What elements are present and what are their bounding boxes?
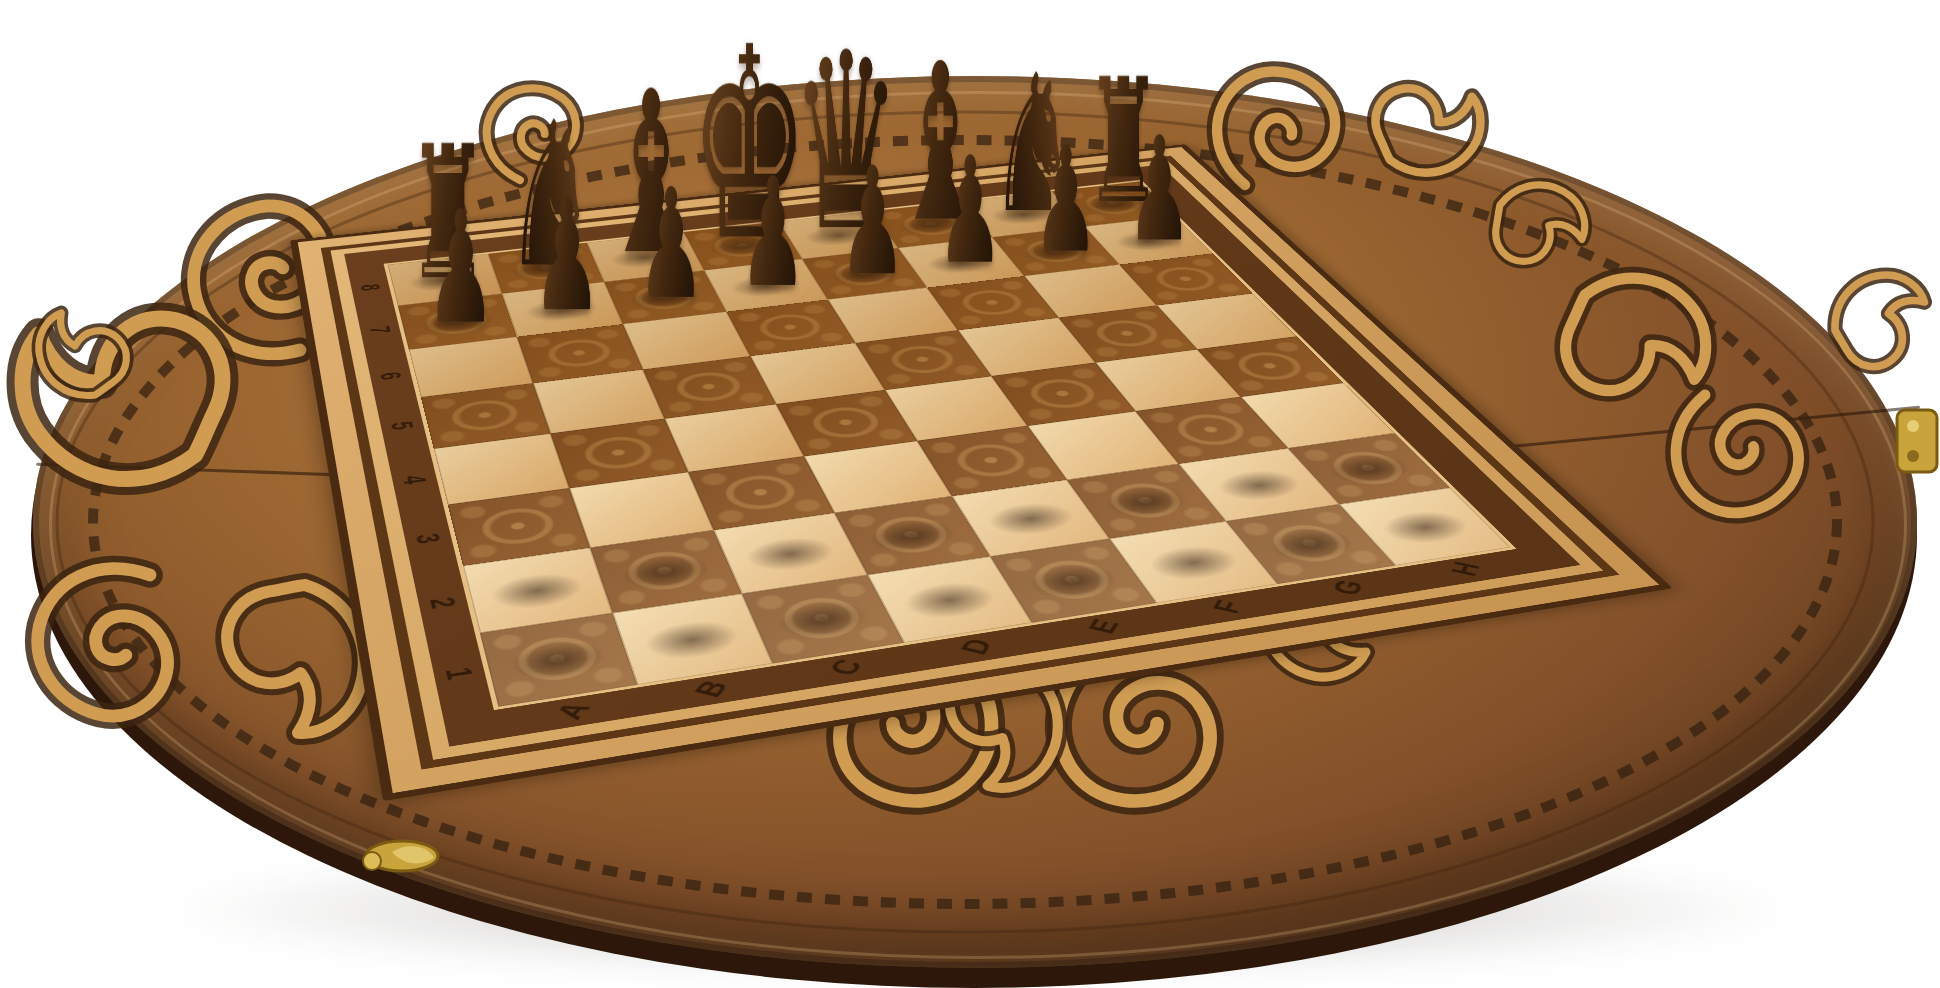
photo-scene: ♜♞♝♚♛♝♞♜♟♟♟♟♟♟♟♟♟♟♟♟♟♟♟♟♜♞♝♚♛♝♞♜ 8765432… [0,0,1940,988]
piece-white-king[interactable]: ♚ [882,320,1040,620]
piece-black-pawn[interactable]: ♟ [533,192,602,323]
piece-black-pawn[interactable]: ♟ [937,149,1003,274]
piece-black-pawn[interactable]: ♟ [1033,139,1098,263]
piece-black-pawn[interactable]: ♟ [426,203,496,335]
piece-white-rook[interactable]: ♜ [1392,353,1493,545]
piece-black-pawn[interactable]: ♟ [637,181,705,310]
piece-white-bishop[interactable]: ♝ [765,386,899,641]
piece-white-knight[interactable]: ♞ [1271,350,1384,563]
piece-white-bishop[interactable]: ♝ [1144,337,1273,581]
piece-black-pawn[interactable]: ♟ [1127,129,1192,252]
piece-black-pawn[interactable]: ♟ [739,170,806,298]
piece-white-knight[interactable]: ♞ [640,432,760,660]
piece-white-rook[interactable]: ♜ [509,471,620,682]
